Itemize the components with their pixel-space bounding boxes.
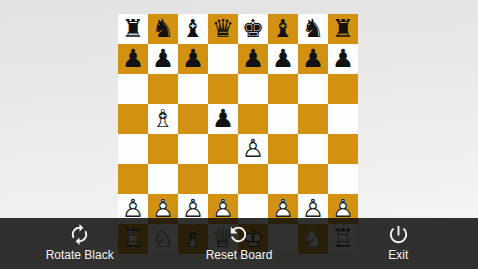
rotate-ccw-icon bbox=[227, 223, 250, 246]
square-f6[interactable] bbox=[268, 74, 298, 104]
piece-black-pawn: ♟ bbox=[118, 44, 148, 74]
chess-app-screen: ♜♞♝♛♚♝♞♜♟♟♟♟♟♟♟♝♗♟♟♙♟♙♟♙♟♙♟♙♟♙♟♙♟♙♜♖♞♘♝♗… bbox=[0, 0, 478, 269]
piece-white-bishop: ♝♗ bbox=[148, 104, 178, 134]
exit-label: Exit bbox=[388, 248, 408, 262]
square-a3[interactable] bbox=[118, 164, 148, 194]
reset-board-button[interactable]: Reset Board bbox=[159, 218, 318, 269]
square-h3[interactable] bbox=[328, 164, 358, 194]
square-d5[interactable]: ♟ bbox=[208, 104, 238, 134]
piece-black-pawn: ♟ bbox=[268, 44, 298, 74]
square-a7[interactable]: ♟ bbox=[118, 44, 148, 74]
rotate-sync-icon bbox=[68, 223, 91, 246]
square-c4[interactable] bbox=[178, 134, 208, 164]
bottom-toolbar: Rotate Black Reset Board Exit bbox=[0, 218, 478, 269]
piece-black-knight: ♞ bbox=[298, 14, 328, 44]
square-b8[interactable]: ♞ bbox=[148, 14, 178, 44]
piece-black-knight: ♞ bbox=[148, 14, 178, 44]
square-g7[interactable]: ♟ bbox=[298, 44, 328, 74]
square-a4[interactable] bbox=[118, 134, 148, 164]
piece-black-rook: ♜ bbox=[118, 14, 148, 44]
square-b7[interactable]: ♟ bbox=[148, 44, 178, 74]
square-a8[interactable]: ♜ bbox=[118, 14, 148, 44]
square-c5[interactable] bbox=[178, 104, 208, 134]
piece-black-bishop: ♝ bbox=[268, 14, 298, 44]
square-e6[interactable] bbox=[238, 74, 268, 104]
square-g3[interactable] bbox=[298, 164, 328, 194]
square-f4[interactable] bbox=[268, 134, 298, 164]
exit-button[interactable]: Exit bbox=[319, 218, 478, 269]
square-e3[interactable] bbox=[238, 164, 268, 194]
square-h7[interactable]: ♟ bbox=[328, 44, 358, 74]
power-icon bbox=[387, 223, 410, 246]
square-f3[interactable] bbox=[268, 164, 298, 194]
square-h4[interactable] bbox=[328, 134, 358, 164]
square-g6[interactable] bbox=[298, 74, 328, 104]
square-e5[interactable] bbox=[238, 104, 268, 134]
square-d3[interactable] bbox=[208, 164, 238, 194]
piece-black-pawn: ♟ bbox=[238, 44, 268, 74]
square-b6[interactable] bbox=[148, 74, 178, 104]
square-f5[interactable] bbox=[268, 104, 298, 134]
piece-black-king: ♚ bbox=[238, 14, 268, 44]
piece-black-pawn: ♟ bbox=[178, 44, 208, 74]
reset-board-label: Reset Board bbox=[206, 248, 273, 262]
piece-white-pawn: ♟♙ bbox=[238, 134, 268, 164]
piece-black-queen: ♛ bbox=[208, 14, 238, 44]
square-e7[interactable]: ♟ bbox=[238, 44, 268, 74]
square-d6[interactable] bbox=[208, 74, 238, 104]
piece-black-pawn: ♟ bbox=[148, 44, 178, 74]
piece-black-rook: ♜ bbox=[328, 14, 358, 44]
square-c3[interactable] bbox=[178, 164, 208, 194]
square-b5[interactable]: ♝♗ bbox=[148, 104, 178, 134]
piece-black-pawn: ♟ bbox=[298, 44, 328, 74]
square-g8[interactable]: ♞ bbox=[298, 14, 328, 44]
rotate-black-label: Rotate Black bbox=[46, 248, 114, 262]
square-e4[interactable]: ♟♙ bbox=[238, 134, 268, 164]
square-h8[interactable]: ♜ bbox=[328, 14, 358, 44]
square-a5[interactable] bbox=[118, 104, 148, 134]
square-g5[interactable] bbox=[298, 104, 328, 134]
square-c7[interactable]: ♟ bbox=[178, 44, 208, 74]
square-d4[interactable] bbox=[208, 134, 238, 164]
square-d8[interactable]: ♛ bbox=[208, 14, 238, 44]
square-f7[interactable]: ♟ bbox=[268, 44, 298, 74]
square-b4[interactable] bbox=[148, 134, 178, 164]
square-d7[interactable] bbox=[208, 44, 238, 74]
square-e8[interactable]: ♚ bbox=[238, 14, 268, 44]
rotate-black-button[interactable]: Rotate Black bbox=[0, 218, 159, 269]
square-b3[interactable] bbox=[148, 164, 178, 194]
square-c8[interactable]: ♝ bbox=[178, 14, 208, 44]
square-h5[interactable] bbox=[328, 104, 358, 134]
square-a6[interactable] bbox=[118, 74, 148, 104]
square-f8[interactable]: ♝ bbox=[268, 14, 298, 44]
square-h6[interactable] bbox=[328, 74, 358, 104]
square-g4[interactable] bbox=[298, 134, 328, 164]
piece-black-bishop: ♝ bbox=[178, 14, 208, 44]
piece-black-pawn: ♟ bbox=[328, 44, 358, 74]
piece-black-pawn: ♟ bbox=[208, 104, 238, 134]
square-c6[interactable] bbox=[178, 74, 208, 104]
